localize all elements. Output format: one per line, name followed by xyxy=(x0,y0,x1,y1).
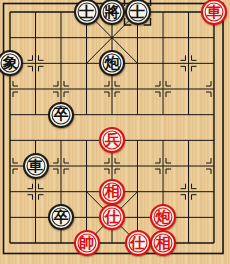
piece-red-advisor[interactable]: 仕 xyxy=(125,230,151,256)
piece-black-advisor[interactable]: 士 xyxy=(125,0,151,25)
xiangqi-board: 士將士車象炮卒兵車相仕炮卒帥仕相 xyxy=(0,0,230,264)
piece-red-cannon[interactable]: 炮 xyxy=(150,204,176,230)
piece-red-elephant[interactable]: 相 xyxy=(150,230,176,256)
piece-red-elephant[interactable]: 相 xyxy=(99,179,125,205)
piece-red-advisor[interactable]: 仕 xyxy=(99,204,125,230)
piece-black-soldier[interactable]: 卒 xyxy=(48,102,74,128)
piece-black-chariot[interactable]: 車 xyxy=(23,153,49,179)
piece-black-soldier[interactable]: 卒 xyxy=(48,204,74,230)
piece-black-cannon[interactable]: 炮 xyxy=(99,50,125,76)
piece-black-general[interactable]: 將 xyxy=(99,0,125,25)
piece-red-chariot[interactable]: 車 xyxy=(201,0,227,25)
piece-red-general[interactable]: 帥 xyxy=(74,230,100,256)
piece-red-soldier[interactable]: 兵 xyxy=(99,127,125,153)
piece-black-advisor[interactable]: 士 xyxy=(74,0,100,25)
